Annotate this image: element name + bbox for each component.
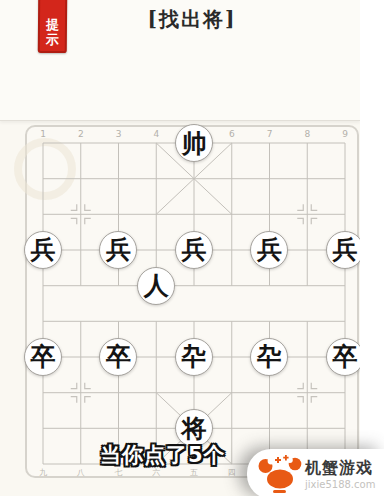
piece-glyph: 卆 bbox=[181, 344, 206, 369]
piece-glyph: 兵 bbox=[30, 237, 55, 262]
piece-zu-2[interactable]: 卒 bbox=[99, 338, 137, 376]
watermark-url: jixie5188.com bbox=[305, 479, 375, 490]
app-background: 提 示 [找出将] bbox=[0, 0, 360, 496]
piece-zu-1[interactable]: 卒 bbox=[24, 338, 62, 376]
caption-text: 当你点了5个 bbox=[100, 441, 226, 469]
piece-glyph: 帅 bbox=[181, 131, 206, 156]
piece-bing-3[interactable]: 兵 bbox=[175, 231, 213, 269]
piece-bing-5[interactable]: 兵 bbox=[326, 231, 364, 269]
piece-bing-1[interactable]: 兵 bbox=[24, 231, 62, 269]
piece-glyph: 兵 bbox=[181, 237, 206, 262]
piece-zu-3[interactable]: 卒 bbox=[326, 338, 364, 376]
piece-shuai[interactable]: 帅 bbox=[175, 124, 213, 162]
piece-glyph: 兵 bbox=[332, 237, 357, 262]
piece-glyph: 卒 bbox=[332, 344, 357, 369]
piece-zu-variant-2[interactable]: 卆 bbox=[250, 338, 288, 376]
piece-glyph: 将 bbox=[181, 416, 206, 441]
piece-glyph: 人 bbox=[144, 273, 169, 298]
piece-bing-2[interactable]: 兵 bbox=[99, 231, 137, 269]
screenshot-root: 提 示 [找出将] bbox=[0, 0, 384, 496]
piece-glyph: 兵 bbox=[106, 237, 131, 262]
piece-zu-variant-1[interactable]: 卆 bbox=[175, 338, 213, 376]
piece-glyph: 卒 bbox=[30, 344, 55, 369]
right-white-strip bbox=[360, 0, 384, 496]
piece-ren[interactable]: 人 bbox=[137, 267, 175, 305]
watermark-card: 机蟹游戏 jixie5188.com bbox=[247, 449, 384, 496]
piece-glyph: 卆 bbox=[257, 344, 282, 369]
piece-bing-4[interactable]: 兵 bbox=[250, 231, 288, 269]
watermark-name: 机蟹游戏 bbox=[305, 458, 375, 479]
piece-glyph: 兵 bbox=[257, 237, 282, 262]
xiangqi-board: 帅兵兵兵兵兵人卒卒卆卆卒将 bbox=[24, 125, 364, 482]
crab-logo-icon bbox=[257, 453, 303, 495]
piece-glyph: 卒 bbox=[106, 344, 131, 369]
